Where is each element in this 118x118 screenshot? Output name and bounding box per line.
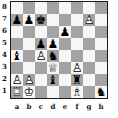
black-pawn-a7: ♟ bbox=[11, 14, 23, 26]
square-h1[interactable]: ♞ bbox=[95, 86, 107, 98]
black-knight-h1: ♞ bbox=[95, 86, 107, 98]
file-label-c: c bbox=[35, 102, 47, 114]
square-f8[interactable] bbox=[71, 2, 83, 14]
black-bishop-d2: ♝ bbox=[47, 74, 59, 86]
white-bishop-underlay-f1: ♝ bbox=[71, 86, 83, 98]
chess-board: ♟♟♚♟♙♟♟♟♝♟♙♞♛♕♟♙♟♙♟♙♝♜♜♖♚♔♝♗♞ bbox=[10, 1, 108, 99]
square-h2[interactable] bbox=[95, 74, 107, 86]
square-b2[interactable]: ♟♙ bbox=[23, 74, 35, 86]
file-label-e: e bbox=[59, 102, 71, 114]
square-d1[interactable] bbox=[47, 86, 59, 98]
square-d4[interactable]: ♞ bbox=[47, 50, 59, 62]
square-h6[interactable] bbox=[95, 26, 107, 38]
file-label-d: d bbox=[47, 102, 59, 114]
white-rook-a1: ♖ bbox=[11, 86, 23, 98]
square-c7[interactable]: ♚ bbox=[35, 14, 47, 26]
black-pawn-e6: ♟ bbox=[59, 26, 71, 38]
rank-label-7: 7 bbox=[0, 14, 9, 26]
square-f2[interactable]: ♜ bbox=[71, 74, 83, 86]
white-pawn-underlay-a2: ♟ bbox=[11, 74, 23, 86]
square-f7[interactable] bbox=[71, 14, 83, 26]
white-pawn-underlay-b2: ♟ bbox=[23, 74, 35, 86]
black-pawn-d5: ♟ bbox=[47, 38, 59, 50]
square-a5[interactable] bbox=[11, 38, 23, 50]
square-e3[interactable] bbox=[59, 62, 71, 74]
white-queen-underlay-d3: ♛ bbox=[47, 62, 59, 74]
rank-label-4: 4 bbox=[0, 50, 9, 62]
square-d8[interactable] bbox=[47, 2, 59, 14]
square-b6[interactable] bbox=[23, 26, 35, 38]
white-king-b1: ♔ bbox=[23, 86, 35, 98]
square-a6[interactable] bbox=[11, 26, 23, 38]
white-pawn-c4: ♙ bbox=[35, 50, 47, 62]
square-a2[interactable]: ♟♙ bbox=[11, 74, 23, 86]
square-c1[interactable] bbox=[35, 86, 47, 98]
square-c6[interactable] bbox=[35, 26, 47, 38]
white-pawn-underlay-g7: ♟ bbox=[83, 14, 95, 26]
square-e2[interactable] bbox=[59, 74, 71, 86]
square-g8[interactable] bbox=[83, 2, 95, 14]
square-e4[interactable] bbox=[59, 50, 71, 62]
black-rook-f2: ♜ bbox=[71, 74, 83, 86]
square-h5[interactable] bbox=[95, 38, 107, 50]
square-h3[interactable] bbox=[95, 62, 107, 74]
square-g7[interactable]: ♟♙ bbox=[83, 14, 95, 26]
square-d2[interactable]: ♝ bbox=[47, 74, 59, 86]
square-c4[interactable]: ♟♙ bbox=[35, 50, 47, 62]
white-pawn-f3: ♙ bbox=[71, 62, 83, 74]
square-b8[interactable] bbox=[23, 2, 35, 14]
square-g2[interactable] bbox=[83, 74, 95, 86]
square-b4[interactable] bbox=[23, 50, 35, 62]
square-g6[interactable] bbox=[83, 26, 95, 38]
white-queen-d3: ♕ bbox=[47, 62, 59, 74]
square-h4[interactable] bbox=[95, 50, 107, 62]
rank-label-8: 8 bbox=[0, 2, 9, 14]
square-d6[interactable] bbox=[47, 26, 59, 38]
square-f6[interactable] bbox=[71, 26, 83, 38]
black-king-c7: ♚ bbox=[35, 14, 47, 26]
square-a4[interactable]: ♝ bbox=[11, 50, 23, 62]
square-d3[interactable]: ♛♕ bbox=[47, 62, 59, 74]
file-label-g: g bbox=[83, 102, 95, 114]
square-e6[interactable]: ♟ bbox=[59, 26, 71, 38]
square-e1[interactable] bbox=[59, 86, 71, 98]
square-f1[interactable]: ♝♗ bbox=[71, 86, 83, 98]
square-a8[interactable] bbox=[11, 2, 23, 14]
white-bishop-f1: ♗ bbox=[71, 86, 83, 98]
white-pawn-underlay-f3: ♟ bbox=[71, 62, 83, 74]
black-pawn-c5: ♟ bbox=[35, 38, 47, 50]
file-label-f: f bbox=[71, 102, 83, 114]
square-b7[interactable]: ♟ bbox=[23, 14, 35, 26]
square-f4[interactable] bbox=[71, 50, 83, 62]
square-c3[interactable] bbox=[35, 62, 47, 74]
file-labels: abcdefgh bbox=[11, 102, 107, 114]
black-knight-d4: ♞ bbox=[47, 50, 59, 62]
square-g1[interactable] bbox=[83, 86, 95, 98]
file-label-a: a bbox=[11, 102, 23, 114]
square-b5[interactable] bbox=[23, 38, 35, 50]
square-c8[interactable] bbox=[35, 2, 47, 14]
square-g3[interactable] bbox=[83, 62, 95, 74]
white-king-underlay-b1: ♚ bbox=[23, 86, 35, 98]
rank-label-3: 3 bbox=[0, 62, 9, 74]
square-f5[interactable] bbox=[71, 38, 83, 50]
square-a7[interactable]: ♟ bbox=[11, 14, 23, 26]
square-e8[interactable] bbox=[59, 2, 71, 14]
white-rook-underlay-a1: ♜ bbox=[11, 86, 23, 98]
square-h7[interactable] bbox=[95, 14, 107, 26]
rank-label-5: 5 bbox=[0, 38, 9, 50]
square-g5[interactable] bbox=[83, 38, 95, 50]
square-c2[interactable] bbox=[35, 74, 47, 86]
black-bishop-a4: ♝ bbox=[11, 50, 23, 62]
black-pawn-b7: ♟ bbox=[23, 14, 35, 26]
white-pawn-g7: ♙ bbox=[83, 14, 95, 26]
square-a3[interactable] bbox=[11, 62, 23, 74]
rank-label-1: 1 bbox=[0, 86, 9, 98]
file-label-h: h bbox=[95, 102, 107, 114]
rank-label-2: 2 bbox=[0, 74, 9, 86]
white-pawn-underlay-c4: ♟ bbox=[35, 50, 47, 62]
square-h8[interactable] bbox=[95, 2, 107, 14]
square-e5[interactable] bbox=[59, 38, 71, 50]
file-label-b: b bbox=[23, 102, 35, 114]
square-g4[interactable] bbox=[83, 50, 95, 62]
square-d7[interactable] bbox=[47, 14, 59, 26]
square-b1[interactable]: ♚♔ bbox=[23, 86, 35, 98]
white-pawn-a2: ♙ bbox=[11, 74, 23, 86]
square-a1[interactable]: ♜♖ bbox=[11, 86, 23, 98]
rank-labels: 87654321 bbox=[0, 2, 9, 98]
square-c5[interactable]: ♟ bbox=[35, 38, 47, 50]
square-b3[interactable] bbox=[23, 62, 35, 74]
square-f3[interactable]: ♟♙ bbox=[71, 62, 83, 74]
square-e7[interactable] bbox=[59, 14, 71, 26]
rank-label-6: 6 bbox=[0, 26, 9, 38]
white-pawn-b2: ♙ bbox=[23, 74, 35, 86]
chess-diagram: 87654321 ♟♟♚♟♙♟♟♟♝♟♙♞♛♕♟♙♟♙♟♙♝♜♜♖♚♔♝♗♞ a… bbox=[0, 0, 118, 118]
square-d5[interactable]: ♟ bbox=[47, 38, 59, 50]
